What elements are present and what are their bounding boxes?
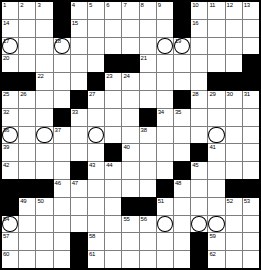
- cell-r10c7[interactable]: 44: [105, 162, 121, 179]
- cell-r3c3[interactable]: [36, 38, 52, 55]
- cell-r10c14[interactable]: [226, 162, 242, 179]
- cell-r4c6[interactable]: [88, 55, 104, 72]
- clue-number-2: 2: [20, 2, 23, 9]
- black-square-r15c5: [71, 251, 87, 268]
- clue-number-17: 17: [3, 38, 9, 45]
- clue-number-10: 10: [192, 2, 198, 9]
- cell-r2c5[interactable]: 15: [71, 20, 87, 37]
- cell-r11c7[interactable]: [105, 180, 121, 197]
- cell-r11c12[interactable]: [191, 180, 207, 197]
- clue-number-16: 16: [192, 20, 198, 27]
- clue-number-50: 50: [37, 198, 43, 205]
- clue-number-46: 46: [55, 180, 61, 187]
- black-square-r6c11: [174, 91, 190, 108]
- clue-number-49: 49: [20, 198, 26, 205]
- cell-r12c4[interactable]: [54, 198, 70, 215]
- cell-r12c14[interactable]: 52: [226, 198, 242, 215]
- cell-r13c5[interactable]: [71, 216, 87, 233]
- cell-r1c13[interactable]: 11: [208, 2, 224, 19]
- cell-r15c4[interactable]: [54, 251, 70, 268]
- clue-number-35: 35: [175, 109, 181, 116]
- cell-r4c3[interactable]: [36, 55, 52, 72]
- cell-r7c12[interactable]: [191, 109, 207, 126]
- cell-r4c12[interactable]: [191, 55, 207, 72]
- cell-r8c6[interactable]: [88, 127, 104, 144]
- cell-r3c7[interactable]: [105, 38, 121, 55]
- cell-r14c3[interactable]: [36, 233, 52, 250]
- cell-r1c12[interactable]: 10: [191, 2, 207, 19]
- clue-number-53: 53: [244, 198, 250, 205]
- clue-number-34: 34: [158, 109, 164, 116]
- cell-r14c10[interactable]: [157, 233, 173, 250]
- cell-r7c6[interactable]: [88, 109, 104, 126]
- clue-number-20: 20: [3, 55, 9, 62]
- cell-r3c12[interactable]: [191, 38, 207, 55]
- clue-number-57: 57: [3, 233, 9, 240]
- cell-r15c9[interactable]: [140, 251, 156, 268]
- cell-r14c2[interactable]: [19, 233, 35, 250]
- cell-r8c9[interactable]: 38: [140, 127, 156, 144]
- clue-number-11: 11: [209, 2, 215, 9]
- cell-r8c1[interactable]: 36: [2, 127, 18, 144]
- cell-r2c6[interactable]: [88, 20, 104, 37]
- black-square-r5c6: [88, 73, 104, 90]
- black-square-r11c2: [19, 180, 35, 197]
- black-square-r1c11: [174, 2, 190, 19]
- black-square-r12c8: [122, 198, 138, 215]
- cell-r9c10[interactable]: [157, 144, 173, 161]
- cell-r4c11[interactable]: [174, 55, 190, 72]
- cell-r3c5[interactable]: [71, 38, 87, 55]
- clue-number-4: 4: [72, 2, 75, 9]
- cell-r13c12[interactable]: [191, 216, 207, 233]
- clue-number-27: 27: [89, 91, 95, 98]
- cell-r13c7[interactable]: [105, 216, 121, 233]
- black-square-r12c1: [2, 198, 18, 215]
- cell-r9c2[interactable]: [19, 144, 35, 161]
- cell-r12c12[interactable]: [191, 198, 207, 215]
- clue-number-61: 61: [89, 251, 95, 258]
- clue-number-33: 33: [72, 109, 78, 116]
- clue-number-36: 36: [3, 127, 9, 134]
- cell-r3c10[interactable]: [157, 38, 173, 55]
- cell-r8c2[interactable]: [19, 127, 35, 144]
- clue-number-62: 62: [209, 251, 215, 258]
- cell-r6c3[interactable]: [36, 91, 52, 108]
- cell-r13c13[interactable]: [208, 216, 224, 233]
- clue-number-13: 13: [244, 2, 250, 9]
- cell-r14c11[interactable]: [174, 233, 190, 250]
- clue-number-19: 19: [175, 38, 181, 45]
- black-square-r5c14: [226, 73, 242, 90]
- black-square-r14c12: [191, 233, 207, 250]
- clue-number-14: 14: [3, 20, 9, 27]
- clue-number-32: 32: [3, 109, 9, 116]
- clue-number-9: 9: [158, 2, 161, 9]
- black-square-r4c7: [105, 55, 121, 72]
- crossword-grid: 1234567891011121314151617181920212223242…: [0, 0, 261, 270]
- cell-r5c4[interactable]: [54, 73, 70, 90]
- clue-number-56: 56: [141, 216, 147, 223]
- clue-number-59: 59: [209, 233, 215, 240]
- cell-r14c8[interactable]: [122, 233, 138, 250]
- cell-r8c7[interactable]: [105, 127, 121, 144]
- cell-r13c1[interactable]: 54: [2, 216, 18, 233]
- cell-r14c14[interactable]: [226, 233, 242, 250]
- cell-r7c7[interactable]: [105, 109, 121, 126]
- cell-r12c13[interactable]: [208, 198, 224, 215]
- cell-r6c14[interactable]: 30: [226, 91, 242, 108]
- black-square-r5c15: [243, 73, 259, 90]
- cell-r1c2[interactable]: 2: [19, 2, 35, 19]
- cell-r1c1[interactable]: 1: [2, 2, 18, 19]
- cell-r9c3[interactable]: [36, 144, 52, 161]
- clue-number-45: 45: [192, 162, 198, 169]
- cell-r9c14[interactable]: [226, 144, 242, 161]
- cell-r7c8[interactable]: [122, 109, 138, 126]
- black-square-r11c10: [157, 180, 173, 197]
- cell-r8c8[interactable]: [122, 127, 138, 144]
- cell-r7c10[interactable]: 34: [157, 109, 173, 126]
- cell-r12c2[interactable]: 49: [19, 198, 35, 215]
- black-square-r15c12: [191, 251, 207, 268]
- cell-r3c15[interactable]: [243, 38, 259, 55]
- black-square-r4c15: [243, 55, 259, 72]
- cell-r4c14[interactable]: [226, 55, 242, 72]
- clue-number-15: 15: [72, 20, 78, 27]
- cell-r7c14[interactable]: [226, 109, 242, 126]
- cell-r11c8[interactable]: [122, 180, 138, 197]
- cell-r4c1[interactable]: 20: [2, 55, 18, 72]
- cell-r10c9[interactable]: [140, 162, 156, 179]
- cell-r6c10[interactable]: [157, 91, 173, 108]
- cell-r8c12[interactable]: [191, 127, 207, 144]
- clue-number-38: 38: [141, 127, 147, 134]
- cell-r1c5[interactable]: 4: [71, 2, 87, 19]
- clue-number-21: 21: [141, 55, 147, 62]
- cell-r5c9[interactable]: [140, 73, 156, 90]
- cell-r7c13[interactable]: [208, 109, 224, 126]
- clue-number-39: 39: [3, 144, 9, 151]
- cell-r15c15[interactable]: [243, 251, 259, 268]
- cell-r3c11[interactable]: 19: [174, 38, 190, 55]
- clue-number-60: 60: [3, 251, 9, 258]
- black-square-r7c9: [140, 109, 156, 126]
- cell-r2c15[interactable]: [243, 20, 259, 37]
- black-square-r5c13: [208, 73, 224, 90]
- cell-r8c3[interactable]: [36, 127, 52, 144]
- cell-r13c9[interactable]: 56: [140, 216, 156, 233]
- cell-r3c1[interactable]: 17: [2, 38, 18, 55]
- cell-r12c10[interactable]: 51: [157, 198, 173, 215]
- clue-number-31: 31: [244, 91, 250, 98]
- cell-r9c1[interactable]: 39: [2, 144, 18, 161]
- black-square-r5c1: [2, 73, 18, 90]
- cell-r9c8[interactable]: 40: [122, 144, 138, 161]
- cell-r4c2[interactable]: [19, 55, 35, 72]
- cell-r3c14[interactable]: [226, 38, 242, 55]
- cell-r4c4[interactable]: [54, 55, 70, 72]
- cell-r2c10[interactable]: [157, 20, 173, 37]
- cell-r4c13[interactable]: [208, 55, 224, 72]
- clue-number-8: 8: [141, 2, 144, 9]
- cell-r2c12[interactable]: 16: [191, 20, 207, 37]
- cell-r15c8[interactable]: [122, 251, 138, 268]
- clue-number-58: 58: [89, 233, 95, 240]
- cell-r13c15[interactable]: [243, 216, 259, 233]
- black-square-r2c11: [174, 20, 190, 37]
- cell-r2c3[interactable]: [36, 20, 52, 37]
- clue-number-41: 41: [209, 144, 215, 151]
- cell-r7c5[interactable]: 33: [71, 109, 87, 126]
- cell-r3c13[interactable]: [208, 38, 224, 55]
- black-square-r1c4: [54, 2, 70, 19]
- cell-r12c15[interactable]: 53: [243, 198, 259, 215]
- cell-r11c11[interactable]: 48: [174, 180, 190, 197]
- cell-r13c2[interactable]: [19, 216, 35, 233]
- black-square-r6c5: [71, 91, 87, 108]
- cell-r14c9[interactable]: [140, 233, 156, 250]
- cell-r7c3[interactable]: [36, 109, 52, 126]
- cell-r9c5[interactable]: [71, 144, 87, 161]
- cell-r9c13[interactable]: 41: [208, 144, 224, 161]
- cell-r8c13[interactable]: [208, 127, 224, 144]
- cell-r5c8[interactable]: 24: [122, 73, 138, 90]
- cell-r1c15[interactable]: 13: [243, 2, 259, 19]
- cell-r14c4[interactable]: [54, 233, 70, 250]
- black-square-r5c2: [19, 73, 35, 90]
- cell-r10c6[interactable]: 43: [88, 162, 104, 179]
- cell-r1c6[interactable]: 5: [88, 2, 104, 19]
- cell-r3c9[interactable]: [140, 38, 156, 55]
- cell-r1c7[interactable]: 6: [105, 2, 121, 19]
- cell-r2c1[interactable]: 14: [2, 20, 18, 37]
- cell-r11c13[interactable]: [208, 180, 224, 197]
- black-square-r11c1: [2, 180, 18, 197]
- cell-r7c1[interactable]: 32: [2, 109, 18, 126]
- clue-number-37: 37: [55, 127, 61, 134]
- cell-r8c11[interactable]: [174, 127, 190, 144]
- cell-r13c10[interactable]: [157, 216, 173, 233]
- black-square-r11c14: [226, 180, 242, 197]
- clue-number-25: 25: [3, 91, 9, 98]
- cell-r7c15[interactable]: [243, 109, 259, 126]
- cell-r13c4[interactable]: [54, 216, 70, 233]
- clue-number-40: 40: [123, 144, 129, 151]
- clue-number-51: 51: [158, 198, 164, 205]
- cell-r15c7[interactable]: [105, 251, 121, 268]
- cell-r10c4[interactable]: [54, 162, 70, 179]
- cell-r15c6[interactable]: 61: [88, 251, 104, 268]
- cell-r9c9[interactable]: [140, 144, 156, 161]
- cell-r7c11[interactable]: 35: [174, 109, 190, 126]
- clue-number-42: 42: [3, 162, 9, 169]
- cell-r11c4[interactable]: 46: [54, 180, 70, 197]
- cell-r1c10[interactable]: 9: [157, 2, 173, 19]
- black-square-r10c11: [174, 162, 190, 179]
- clue-number-1: 1: [3, 2, 6, 9]
- cell-r15c1[interactable]: 60: [2, 251, 18, 268]
- black-square-r4c8: [122, 55, 138, 72]
- cell-r6c1[interactable]: 25: [2, 91, 18, 108]
- clue-number-24: 24: [123, 73, 129, 80]
- cell-r6c9[interactable]: [140, 91, 156, 108]
- clue-number-23: 23: [106, 73, 112, 80]
- clue-number-7: 7: [123, 2, 126, 9]
- cell-r15c2[interactable]: [19, 251, 35, 268]
- cell-r10c2[interactable]: [19, 162, 35, 179]
- cell-r8c10[interactable]: [157, 127, 173, 144]
- cell-r3c8[interactable]: [122, 38, 138, 55]
- cell-r8c4[interactable]: 37: [54, 127, 70, 144]
- cell-r8c15[interactable]: [243, 127, 259, 144]
- black-square-r2c4: [54, 20, 70, 37]
- cell-r12c6[interactable]: [88, 198, 104, 215]
- cell-r12c7[interactable]: [105, 198, 121, 215]
- clue-number-43: 43: [89, 162, 95, 169]
- black-square-r9c12: [191, 144, 207, 161]
- clue-number-18: 18: [55, 38, 61, 45]
- clue-number-52: 52: [227, 198, 233, 205]
- cell-r6c7[interactable]: [105, 91, 121, 108]
- cell-r10c10[interactable]: [157, 162, 173, 179]
- black-square-r11c3: [36, 180, 52, 197]
- cell-r14c1[interactable]: 57: [2, 233, 18, 250]
- black-square-r12c9: [140, 198, 156, 215]
- cell-r9c11[interactable]: [174, 144, 190, 161]
- cell-r13c14[interactable]: [226, 216, 242, 233]
- cell-r13c6[interactable]: [88, 216, 104, 233]
- cell-r12c11[interactable]: [174, 198, 190, 215]
- cell-r5c11[interactable]: [174, 73, 190, 90]
- cell-r1c3[interactable]: 3: [36, 2, 52, 19]
- cell-r1c14[interactable]: 12: [226, 2, 242, 19]
- cell-r8c5[interactable]: [71, 127, 87, 144]
- black-square-r14c5: [71, 233, 87, 250]
- cell-r14c6[interactable]: 58: [88, 233, 104, 250]
- cell-r15c13[interactable]: 62: [208, 251, 224, 268]
- clue-number-6: 6: [106, 2, 109, 9]
- clue-number-22: 22: [37, 73, 43, 80]
- cell-r10c13[interactable]: [208, 162, 224, 179]
- cell-r6c8[interactable]: [122, 91, 138, 108]
- cell-r11c9[interactable]: [140, 180, 156, 197]
- cell-r5c12[interactable]: [191, 73, 207, 90]
- clue-number-44: 44: [106, 162, 112, 169]
- cell-r14c13[interactable]: 59: [208, 233, 224, 250]
- black-square-r11c15: [243, 180, 259, 197]
- cell-r5c3[interactable]: 22: [36, 73, 52, 90]
- cell-r5c7[interactable]: 23: [105, 73, 121, 90]
- clue-number-55: 55: [123, 216, 129, 223]
- clue-number-28: 28: [192, 91, 198, 98]
- cell-r11c5[interactable]: 47: [71, 180, 87, 197]
- cell-r13c3[interactable]: [36, 216, 52, 233]
- cell-r3c2[interactable]: [19, 38, 35, 55]
- cell-r13c11[interactable]: [174, 216, 190, 233]
- cell-r12c3[interactable]: 50: [36, 198, 52, 215]
- cell-r6c13[interactable]: 29: [208, 91, 224, 108]
- cell-r1c8[interactable]: 7: [122, 2, 138, 19]
- cell-r2c2[interactable]: [19, 20, 35, 37]
- cell-r10c1[interactable]: 42: [2, 162, 18, 179]
- cell-r4c5[interactable]: [71, 55, 87, 72]
- black-square-r10c5: [71, 162, 87, 179]
- black-square-r7c4: [54, 109, 70, 126]
- cell-r12c5[interactable]: [71, 198, 87, 215]
- clue-number-30: 30: [227, 91, 233, 98]
- cell-r3c4[interactable]: 18: [54, 38, 70, 55]
- cell-r6c4[interactable]: [54, 91, 70, 108]
- cell-r11c6[interactable]: [88, 180, 104, 197]
- cell-r2c7[interactable]: [105, 20, 121, 37]
- cell-r4c10[interactable]: [157, 55, 173, 72]
- clue-number-26: 26: [20, 91, 26, 98]
- cell-r2c13[interactable]: [208, 20, 224, 37]
- cell-r14c15[interactable]: [243, 233, 259, 250]
- cell-r10c15[interactable]: [243, 162, 259, 179]
- cell-r15c3[interactable]: [36, 251, 52, 268]
- cell-r2c9[interactable]: [140, 20, 156, 37]
- cell-r13c8[interactable]: 55: [122, 216, 138, 233]
- cell-r2c14[interactable]: [226, 20, 242, 37]
- cell-r9c4[interactable]: [54, 144, 70, 161]
- cell-r6c2[interactable]: 26: [19, 91, 35, 108]
- cell-r8c14[interactable]: [226, 127, 242, 144]
- cell-r4c9[interactable]: 21: [140, 55, 156, 72]
- cell-r1c9[interactable]: 8: [140, 2, 156, 19]
- cell-r9c6[interactable]: [88, 144, 104, 161]
- clue-number-47: 47: [72, 180, 78, 187]
- cell-r15c11[interactable]: [174, 251, 190, 268]
- cell-r15c10[interactable]: [157, 251, 173, 268]
- black-square-r9c7: [105, 144, 121, 161]
- cell-r6c6[interactable]: 27: [88, 91, 104, 108]
- clue-number-54: 54: [3, 216, 9, 223]
- clue-number-5: 5: [89, 2, 92, 9]
- cell-r9c15[interactable]: [243, 144, 259, 161]
- cell-r15c14[interactable]: [226, 251, 242, 268]
- clue-number-12: 12: [227, 2, 233, 9]
- cell-r5c10[interactable]: [157, 73, 173, 90]
- cell-r10c12[interactable]: 45: [191, 162, 207, 179]
- cell-r3c6[interactable]: [88, 38, 104, 55]
- cell-r5c5[interactable]: [71, 73, 87, 90]
- clue-number-3: 3: [37, 2, 40, 9]
- cell-r6c12[interactable]: 28: [191, 91, 207, 108]
- cell-r10c3[interactable]: [36, 162, 52, 179]
- cell-r7c2[interactable]: [19, 109, 35, 126]
- cell-r6c15[interactable]: 31: [243, 91, 259, 108]
- clue-number-29: 29: [209, 91, 215, 98]
- cell-r2c8[interactable]: [122, 20, 138, 37]
- cell-r14c7[interactable]: [105, 233, 121, 250]
- cell-r10c8[interactable]: [122, 162, 138, 179]
- clue-number-48: 48: [175, 180, 181, 187]
